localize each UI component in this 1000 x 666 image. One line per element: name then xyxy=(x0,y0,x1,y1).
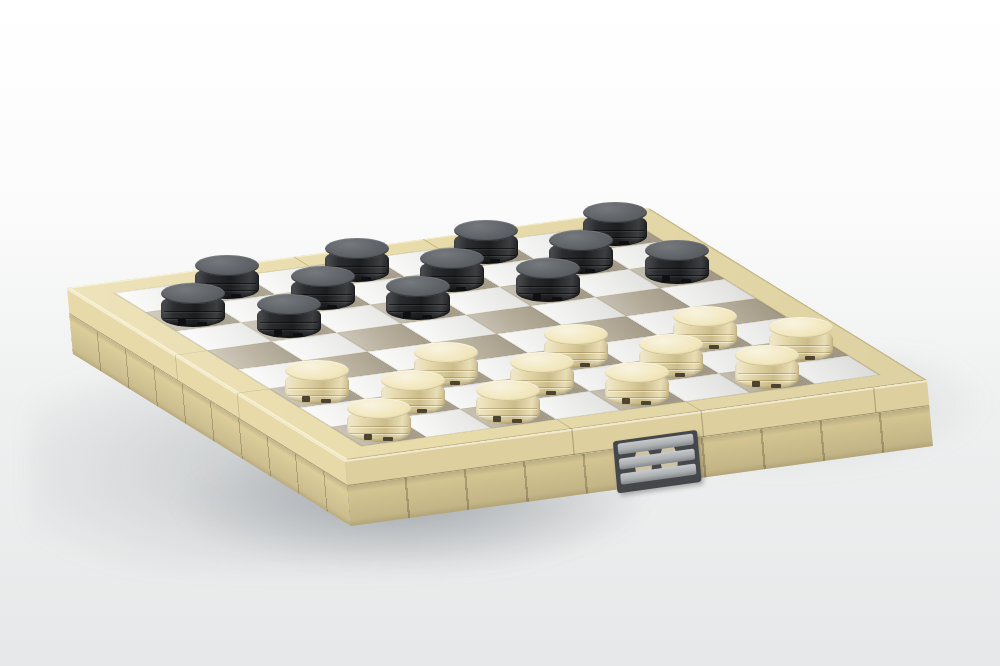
piece-top xyxy=(769,317,833,338)
piece-notch xyxy=(456,287,466,291)
piece-top xyxy=(325,238,389,259)
piece-notch xyxy=(490,259,500,263)
checker-piece-black xyxy=(257,294,321,338)
piece-groove xyxy=(608,390,666,391)
piece-notch xyxy=(327,305,337,309)
checker-piece-black xyxy=(386,276,450,320)
piece-notch xyxy=(681,279,691,283)
piece-notch xyxy=(450,381,460,385)
checker-piece-black xyxy=(516,258,580,302)
checker-piece-white xyxy=(285,360,349,404)
piece-groove xyxy=(260,322,318,323)
piece-top xyxy=(414,342,478,363)
piece-top xyxy=(381,370,445,391)
piece-groove xyxy=(519,293,577,294)
piece-groove xyxy=(389,311,447,312)
piece-notch xyxy=(302,396,310,402)
piece-top xyxy=(583,202,647,223)
lid-seam xyxy=(237,393,240,419)
piece-notch xyxy=(675,373,685,377)
piece-notch xyxy=(512,419,522,423)
piece-notch xyxy=(552,297,562,301)
checker-piece-white xyxy=(347,398,411,442)
piece-notch xyxy=(619,241,629,245)
piece-notch xyxy=(231,294,241,298)
piece-groove xyxy=(479,415,537,416)
piece-notch xyxy=(585,269,595,273)
piece-groove xyxy=(608,397,666,398)
checker-piece-white xyxy=(605,362,669,406)
piece-groove xyxy=(389,304,447,305)
piece-notch xyxy=(321,399,331,403)
piece-top xyxy=(285,360,349,381)
frame-seam xyxy=(685,401,702,411)
box-latch xyxy=(613,430,702,494)
piece-groove xyxy=(350,433,408,434)
checker-piece-white xyxy=(735,345,799,389)
piece-top xyxy=(516,258,580,279)
piece-groove xyxy=(260,329,318,330)
piece-notch xyxy=(709,345,719,349)
piece-notch xyxy=(805,356,815,360)
piece-notch xyxy=(546,391,556,395)
piece-notch xyxy=(361,277,371,281)
piece-groove xyxy=(648,275,706,276)
piece-top xyxy=(544,324,608,345)
piece-groove xyxy=(350,426,408,427)
piece-notch xyxy=(293,333,303,337)
piece-notch xyxy=(178,319,186,325)
piece-groove xyxy=(288,388,346,389)
piece-notch xyxy=(403,312,411,318)
piece-notch xyxy=(752,381,760,387)
lid-seam xyxy=(175,355,178,381)
piece-notch xyxy=(364,434,372,440)
piece-groove xyxy=(164,318,222,319)
piece-top xyxy=(454,220,518,241)
piece-groove xyxy=(519,286,577,287)
piece-groove xyxy=(648,268,706,269)
lid-seam xyxy=(873,387,876,413)
piece-groove xyxy=(164,311,222,312)
piece-notch xyxy=(383,437,393,441)
lid-seam xyxy=(571,429,574,455)
piece-notch xyxy=(662,276,670,282)
piece-top xyxy=(735,345,799,366)
piece-groove xyxy=(738,380,796,381)
piece-notch xyxy=(771,384,781,388)
lid-seam xyxy=(701,411,704,437)
frame-seam xyxy=(175,350,208,355)
piece-notch xyxy=(197,322,207,326)
piece-notch xyxy=(622,398,630,404)
piece-notch xyxy=(274,330,282,336)
piece-top xyxy=(386,276,450,297)
piece-top xyxy=(420,248,484,269)
piece-notch xyxy=(641,401,651,405)
checker-piece-white xyxy=(476,380,540,424)
piece-notch xyxy=(417,409,427,413)
piece-groove xyxy=(479,408,537,409)
checker-piece-black xyxy=(161,283,225,327)
frame-seam xyxy=(237,389,270,394)
piece-top xyxy=(291,266,355,287)
piece-notch xyxy=(533,294,541,300)
piece-groove xyxy=(738,373,796,374)
piece-top xyxy=(347,398,411,419)
checker-piece-black xyxy=(645,240,709,284)
scene xyxy=(0,0,1000,666)
frame-seam xyxy=(556,419,573,429)
piece-top xyxy=(257,294,321,315)
piece-groove xyxy=(288,395,346,396)
piece-notch xyxy=(580,363,590,367)
piece-notch xyxy=(493,416,501,422)
piece-notch xyxy=(422,315,432,319)
